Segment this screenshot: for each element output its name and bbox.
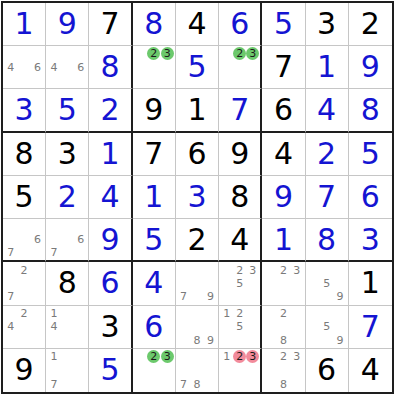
- candidate-slot-empty: [17, 220, 30, 233]
- cell-r5c9[interactable]: 6: [349, 176, 392, 219]
- candidate-slot-empty: [31, 320, 44, 333]
- candidate-3-highlight-red: 3: [246, 350, 259, 363]
- solved-digit: 8: [89, 46, 130, 88]
- cell-r1c4[interactable]: 8: [133, 3, 176, 46]
- cell-r4c2[interactable]: 3: [46, 133, 89, 176]
- candidate-2-highlight-green: 2: [147, 350, 160, 363]
- sudoku-board: 1978465324646823523719352917648831769425…: [0, 0, 400, 400]
- candidate-slot-empty: [246, 320, 259, 333]
- candidate-slot-empty: [333, 320, 346, 333]
- solved-digit: 9: [46, 3, 88, 45]
- candidate-slot-empty: [333, 263, 346, 276]
- candidate-slot-empty: [204, 377, 217, 391]
- cell-r9c5[interactable]: 78: [176, 349, 219, 392]
- cell-r3c3[interactable]: 2: [89, 89, 132, 132]
- given-digit: 4: [176, 3, 218, 45]
- candidate-slot-empty: [290, 290, 303, 303]
- cell-r9c1[interactable]: 9: [3, 349, 46, 392]
- candidate-slot-empty: [320, 263, 333, 276]
- cell-r3c9[interactable]: 8: [349, 89, 392, 132]
- cell-r3c1[interactable]: 3: [3, 89, 46, 132]
- candidate-slot-empty: [290, 307, 303, 320]
- candidate-5: 5: [233, 277, 246, 290]
- cell-r6c7[interactable]: 1: [262, 219, 305, 262]
- candidate-slot-empty: [177, 350, 190, 364]
- solved-digit: 7: [219, 89, 260, 130]
- candidate-7: 7: [47, 377, 60, 391]
- cell-r5c4[interactable]: 1: [133, 176, 176, 219]
- cell-r1c2[interactable]: 9: [46, 3, 89, 46]
- candidate-6: 6: [31, 61, 44, 74]
- cell-r8c9[interactable]: 7: [349, 306, 392, 349]
- candidate-9: 9: [204, 290, 217, 303]
- candidate-slot-empty: [61, 364, 74, 378]
- cell-r8c3[interactable]: 3: [89, 306, 132, 349]
- candidate-slot-empty: [220, 290, 233, 303]
- candidate-slot-empty: [263, 307, 276, 320]
- candidate-slot-empty: [233, 377, 246, 391]
- candidate-slot-empty: [263, 290, 276, 303]
- pencil-marks: 78: [177, 350, 217, 391]
- candidate-4: 4: [47, 61, 60, 74]
- candidate-slot-empty: [190, 364, 203, 378]
- candidate-slot-empty: [134, 350, 147, 364]
- candidate-2: 2: [277, 307, 290, 320]
- solved-digit: 2: [306, 133, 348, 175]
- candidate-1: 1: [47, 307, 60, 320]
- cell-r5c8[interactable]: 7: [306, 176, 349, 219]
- cell-r8c8[interactable]: 59: [306, 306, 349, 349]
- given-digit: 9: [133, 89, 175, 130]
- candidate-slot-empty: [220, 320, 233, 333]
- candidate-slot-empty: [160, 61, 173, 74]
- pencil-marks: 125: [220, 307, 259, 347]
- solved-digit: 8: [133, 3, 175, 45]
- candidate-slot-empty: [31, 333, 44, 346]
- candidate-slot-empty: [61, 333, 74, 346]
- candidate-6: 6: [31, 233, 44, 246]
- candidate-slot-empty: [246, 290, 259, 303]
- cell-r3c8[interactable]: 4: [306, 89, 349, 132]
- pencil-marks: 46: [4, 47, 44, 87]
- candidate-slot-empty: [277, 277, 290, 290]
- candidate-slot-empty: [134, 74, 147, 87]
- solved-digit: 3: [349, 219, 392, 260]
- cell-r7c3[interactable]: 6: [89, 262, 132, 305]
- cell-r2c7[interactable]: 7: [262, 46, 305, 89]
- solved-digit: 7: [349, 306, 392, 348]
- cell-r9c6[interactable]: 123: [219, 349, 262, 392]
- candidate-slot-empty: [74, 307, 87, 320]
- candidate-slot-empty: [134, 47, 147, 60]
- candidate-slot-empty: [190, 320, 203, 333]
- given-digit: 2: [176, 219, 218, 260]
- candidate-8: 8: [190, 333, 203, 346]
- candidate-slot-empty: [246, 333, 259, 346]
- cell-r6c3[interactable]: 9: [89, 219, 132, 262]
- candidate-slot-empty: [61, 74, 74, 87]
- solved-digit: 5: [349, 133, 392, 175]
- given-digit: 3: [89, 306, 130, 348]
- cell-r2c1[interactable]: 46: [3, 46, 46, 89]
- cell-r8c5[interactable]: 89: [176, 306, 219, 349]
- candidate-slot-empty: [4, 233, 17, 246]
- candidate-3-highlight-green: 3: [161, 350, 174, 363]
- candidate-slot-empty: [246, 277, 259, 290]
- cell-r9c3[interactable]: 5: [89, 349, 132, 392]
- pencil-marks: 23: [134, 350, 174, 391]
- candidate-slot-empty: [220, 277, 233, 290]
- candidate-4: 4: [4, 61, 17, 74]
- cell-r8c2[interactable]: 14: [46, 306, 89, 349]
- cell-r5c3[interactable]: 4: [89, 176, 132, 219]
- cell-r4c3[interactable]: 1: [89, 133, 132, 176]
- cell-r1c1[interactable]: 1: [3, 3, 46, 46]
- cell-r4c8[interactable]: 2: [306, 133, 349, 176]
- cell-r7c4[interactable]: 4: [133, 262, 176, 305]
- candidate-slot-empty: [190, 290, 203, 303]
- candidate-slot-empty: [246, 364, 259, 378]
- solved-digit: 8: [306, 219, 348, 260]
- cell-r4c1[interactable]: 8: [3, 133, 46, 176]
- given-digit: 7: [133, 133, 175, 175]
- candidate-4: 4: [4, 320, 17, 333]
- candidate-2-highlight-green: 2: [233, 47, 246, 60]
- cell-r5c7[interactable]: 9: [262, 176, 305, 219]
- candidate-slot-empty: [333, 277, 346, 290]
- candidate-slot-empty: [31, 307, 44, 320]
- candidate-slot-empty: [134, 377, 147, 391]
- candidate-7: 7: [47, 246, 60, 259]
- solved-digit: 6: [349, 176, 392, 218]
- candidate-2: 2: [17, 307, 30, 320]
- solved-digit: 5: [133, 219, 175, 260]
- given-digit: 6: [262, 89, 304, 130]
- candidate-slot-empty: [47, 333, 60, 346]
- candidate-slot-empty: [246, 74, 259, 87]
- pencil-marks: 46: [47, 47, 87, 87]
- candidate-slot-empty: [263, 320, 276, 333]
- candidate-9: 9: [204, 333, 217, 346]
- cell-r2c4[interactable]: 23: [133, 46, 176, 89]
- candidate-slot-empty: [307, 333, 320, 346]
- solved-digit: 3: [176, 176, 218, 218]
- given-digit: 5: [3, 176, 45, 218]
- candidate-5: 5: [233, 320, 246, 333]
- candidate-slot-empty: [263, 364, 276, 378]
- candidate-slot-empty: [147, 364, 160, 378]
- cell-r7c2[interactable]: 8: [46, 262, 89, 305]
- cell-r1c5[interactable]: 4: [176, 3, 219, 46]
- cell-r1c6[interactable]: 6: [219, 3, 262, 46]
- cell-r8c6[interactable]: 125: [219, 306, 262, 349]
- cell-r7c5[interactable]: 79: [176, 262, 219, 305]
- candidate-slot-empty: [74, 333, 87, 346]
- cell-r3c6[interactable]: 7: [219, 89, 262, 132]
- candidate-slot-empty: [47, 220, 60, 233]
- candidate-slot-empty: [134, 61, 147, 74]
- candidate-7: 7: [177, 377, 190, 391]
- pencil-marks: 67: [4, 220, 44, 259]
- candidate-slot-empty: [290, 277, 303, 290]
- candidate-slot-empty: [320, 290, 333, 303]
- candidate-slot-empty: [307, 320, 320, 333]
- cell-r8c7[interactable]: 28: [262, 306, 305, 349]
- cell-r4c5[interactable]: 6: [176, 133, 219, 176]
- candidate-slot-empty: [290, 364, 303, 378]
- candidate-slot-empty: [74, 320, 87, 333]
- candidate-slot-empty: [74, 246, 87, 259]
- cell-r2c9[interactable]: 9: [349, 46, 392, 89]
- cell-r9c9[interactable]: 4: [349, 349, 392, 392]
- candidate-slot-empty: [74, 364, 87, 378]
- given-digit: 6: [176, 133, 218, 175]
- cell-r8c4[interactable]: 6: [133, 306, 176, 349]
- cell-r5c2[interactable]: 2: [46, 176, 89, 219]
- cell-r3c5[interactable]: 1: [176, 89, 219, 132]
- cell-r9c2[interactable]: 17: [46, 349, 89, 392]
- candidate-2: 2: [277, 263, 290, 276]
- solved-digit: 9: [349, 46, 392, 88]
- cell-r2c3[interactable]: 8: [89, 46, 132, 89]
- cell-r1c3[interactable]: 7: [89, 3, 132, 46]
- given-digit: 8: [219, 176, 260, 218]
- candidate-slot-empty: [190, 263, 203, 276]
- candidate-slot-empty: [233, 61, 246, 74]
- candidate-8: 8: [277, 377, 290, 391]
- cell-r7c7[interactable]: 23: [262, 262, 305, 305]
- given-digit: 2: [349, 3, 392, 45]
- candidate-slot-empty: [220, 263, 233, 276]
- candidate-slot-empty: [177, 364, 190, 378]
- candidate-slot-empty: [74, 220, 87, 233]
- cell-r4c6[interactable]: 9: [219, 133, 262, 176]
- candidate-5: 5: [320, 320, 333, 333]
- given-digit: 3: [46, 133, 88, 175]
- pencil-marks: 27: [4, 263, 44, 303]
- given-digit: 6: [306, 349, 348, 392]
- cell-r5c6[interactable]: 8: [219, 176, 262, 219]
- candidate-slot-empty: [220, 333, 233, 346]
- candidate-slot-empty: [4, 333, 17, 346]
- candidate-slot-empty: [177, 277, 190, 290]
- solved-digit: 3: [3, 89, 45, 130]
- candidate-slot-empty: [74, 47, 87, 60]
- pencil-marks: 59: [307, 307, 347, 347]
- cell-r2c6[interactable]: 23: [219, 46, 262, 89]
- candidate-slot-empty: [61, 350, 74, 364]
- candidate-3-highlight-green: 3: [246, 47, 259, 60]
- pencil-marks: 79: [177, 263, 217, 303]
- candidate-slot-empty: [4, 74, 17, 87]
- candidate-1: 1: [47, 350, 60, 364]
- candidate-1: 1: [220, 307, 233, 320]
- solved-digit: 5: [46, 89, 88, 130]
- given-digit: 9: [3, 349, 45, 392]
- solved-digit: 2: [46, 176, 88, 218]
- cell-r6c9[interactable]: 3: [349, 219, 392, 262]
- candidate-slot-empty: [160, 364, 173, 378]
- candidate-slot-empty: [61, 307, 74, 320]
- cell-r3c2[interactable]: 5: [46, 89, 89, 132]
- candidate-9: 9: [333, 290, 346, 303]
- candidate-slot-empty: [290, 377, 303, 391]
- solved-digit: 5: [262, 3, 304, 45]
- cell-r1c9[interactable]: 2: [349, 3, 392, 46]
- candidate-slot-empty: [4, 263, 17, 276]
- solved-digit: 4: [306, 89, 348, 130]
- candidate-2-highlight-green: 2: [147, 47, 160, 60]
- candidate-8: 8: [190, 377, 203, 391]
- candidate-slot-empty: [47, 233, 60, 246]
- candidate-7: 7: [4, 290, 17, 303]
- candidate-slot-empty: [220, 74, 233, 87]
- candidate-slot-empty: [204, 364, 217, 378]
- candidate-6: 6: [74, 233, 87, 246]
- cell-r3c7[interactable]: 6: [262, 89, 305, 132]
- cell-r3c4[interactable]: 9: [133, 89, 176, 132]
- candidate-slot-empty: [333, 307, 346, 320]
- solved-digit: 2: [89, 89, 130, 130]
- candidate-slot-empty: [61, 61, 74, 74]
- cell-r6c8[interactable]: 8: [306, 219, 349, 262]
- candidate-slot-empty: [4, 307, 17, 320]
- cell-r6c2[interactable]: 67: [46, 219, 89, 262]
- pencil-marks: 24: [4, 307, 44, 347]
- candidate-slot-empty: [74, 74, 87, 87]
- candidate-5: 5: [320, 277, 333, 290]
- pencil-marks: 17: [47, 350, 87, 391]
- given-digit: 3: [306, 3, 348, 45]
- solved-digit: 6: [89, 262, 130, 304]
- cell-r2c5[interactable]: 5: [176, 46, 219, 89]
- candidate-slot-empty: [17, 246, 30, 259]
- given-digit: 4: [349, 349, 392, 392]
- cell-r6c4[interactable]: 5: [133, 219, 176, 262]
- cell-r4c7[interactable]: 4: [262, 133, 305, 176]
- candidate-slot-empty: [263, 377, 276, 391]
- candidate-slot-empty: [177, 333, 190, 346]
- candidate-slot-empty: [233, 290, 246, 303]
- solved-digit: 9: [89, 219, 130, 260]
- given-digit: 8: [3, 133, 45, 175]
- candidate-slot-empty: [263, 277, 276, 290]
- cell-r2c8[interactable]: 1: [306, 46, 349, 89]
- solved-digit: 1: [3, 3, 45, 45]
- solved-digit: 1: [262, 219, 304, 260]
- candidate-slot-empty: [31, 263, 44, 276]
- candidate-slot-empty: [177, 307, 190, 320]
- candidate-slot-empty: [263, 350, 276, 364]
- candidate-slot-empty: [17, 333, 30, 346]
- cell-r9c8[interactable]: 6: [306, 349, 349, 392]
- candidate-slot-empty: [147, 377, 160, 391]
- sudoku-grid: 1978465324646823523719352917648831769425…: [1, 1, 394, 394]
- pencil-marks: 23: [134, 47, 174, 87]
- candidate-slot-empty: [61, 47, 74, 60]
- candidate-3: 3: [246, 263, 259, 276]
- pencil-marks: 123: [220, 350, 259, 391]
- cell-r4c9[interactable]: 5: [349, 133, 392, 176]
- cell-r2c2[interactable]: 46: [46, 46, 89, 89]
- candidate-slot-empty: [290, 320, 303, 333]
- cell-r7c8[interactable]: 59: [306, 262, 349, 305]
- cell-r6c6[interactable]: 4: [219, 219, 262, 262]
- candidate-slot-empty: [74, 377, 87, 391]
- candidate-slot-empty: [47, 74, 60, 87]
- candidate-slot-empty: [190, 277, 203, 290]
- given-digit: 1: [176, 89, 218, 130]
- candidate-slot-empty: [31, 47, 44, 60]
- pencil-marks: 23: [263, 263, 303, 303]
- candidate-slot-empty: [246, 61, 259, 74]
- candidate-slot-empty: [31, 277, 44, 290]
- candidate-2-highlight-red: 2: [233, 350, 246, 363]
- candidate-slot-empty: [263, 333, 276, 346]
- candidate-slot-empty: [204, 307, 217, 320]
- cell-r9c7[interactable]: 238: [262, 349, 305, 392]
- cell-r4c4[interactable]: 7: [133, 133, 176, 176]
- candidate-9: 9: [333, 333, 346, 346]
- cell-r1c8[interactable]: 3: [306, 3, 349, 46]
- candidate-slot-empty: [204, 277, 217, 290]
- pencil-marks: 14: [47, 307, 87, 347]
- pencil-marks: 23: [220, 47, 259, 87]
- candidate-slot-empty: [61, 320, 74, 333]
- cell-r7c9[interactable]: 1: [349, 262, 392, 305]
- solved-digit: 1: [133, 176, 175, 218]
- candidate-slot-empty: [17, 277, 30, 290]
- candidate-slot-empty: [177, 263, 190, 276]
- cell-r8c1[interactable]: 24: [3, 306, 46, 349]
- candidate-slot-empty: [17, 61, 30, 74]
- cell-r6c1[interactable]: 67: [3, 219, 46, 262]
- cell-r6c5[interactable]: 2: [176, 219, 219, 262]
- candidate-slot-empty: [17, 233, 30, 246]
- cell-r7c1[interactable]: 27: [3, 262, 46, 305]
- cell-r5c5[interactable]: 3: [176, 176, 219, 219]
- pencil-marks: 67: [47, 220, 87, 259]
- candidate-slot-empty: [204, 320, 217, 333]
- solved-digit: 1: [306, 46, 348, 88]
- given-digit: 7: [262, 46, 304, 88]
- pencil-marks: 235: [220, 263, 259, 303]
- candidate-slot-empty: [134, 364, 147, 378]
- pencil-marks: 59: [307, 263, 347, 303]
- solved-digit: 9: [262, 176, 304, 218]
- candidate-slot-empty: [246, 307, 259, 320]
- cell-r1c7[interactable]: 5: [262, 3, 305, 46]
- solved-digit: 5: [176, 46, 218, 88]
- candidate-slot-empty: [190, 350, 203, 364]
- candidate-slot-empty: [277, 364, 290, 378]
- cell-r9c4[interactable]: 23: [133, 349, 176, 392]
- pencil-marks: 89: [177, 307, 217, 347]
- given-digit: 4: [262, 133, 304, 175]
- candidate-slot-empty: [17, 47, 30, 60]
- pencil-marks: 238: [263, 350, 303, 391]
- candidate-slot-empty: [204, 263, 217, 276]
- candidate-6: 6: [74, 61, 87, 74]
- cell-r5c1[interactable]: 5: [3, 176, 46, 219]
- cell-r7c6[interactable]: 235: [219, 262, 262, 305]
- candidate-slot-empty: [233, 333, 246, 346]
- candidate-slot-empty: [4, 220, 17, 233]
- candidate-slot-empty: [17, 290, 30, 303]
- candidate-slot-empty: [74, 350, 87, 364]
- solved-digit: 6: [133, 306, 175, 348]
- candidate-slot-empty: [307, 263, 320, 276]
